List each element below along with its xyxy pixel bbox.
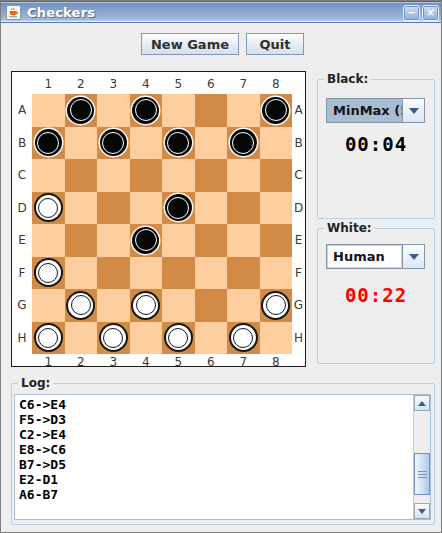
black-piece[interactable] [165, 129, 192, 156]
square-G3[interactable] [97, 289, 130, 322]
square-B3[interactable] [97, 127, 130, 160]
scroll-up-button[interactable] [414, 395, 430, 411]
black-piece[interactable] [165, 194, 192, 221]
white-piece[interactable] [36, 325, 61, 350]
black-panel-title: Black: [324, 72, 371, 86]
log-move: C2->E4 [19, 427, 409, 442]
square-F8[interactable] [260, 257, 293, 290]
black-player-panel: Black: MinMax (5) 00:04 [317, 79, 435, 219]
log-scrollbar[interactable] [413, 395, 430, 519]
log-move: E8->C6 [19, 442, 409, 457]
row-labels-right: ABCDEFGH [292, 94, 305, 354]
square-E5[interactable] [162, 224, 195, 257]
row-label: E [292, 224, 305, 257]
square-F6[interactable] [195, 257, 228, 290]
log-move: A6-B7 [19, 487, 409, 502]
white-player-panel: White: Human 00:22 [317, 228, 435, 364]
square-F2[interactable] [65, 257, 98, 290]
col-label: 5 [162, 77, 195, 91]
square-C4[interactable] [130, 159, 163, 192]
square-A2[interactable] [65, 94, 98, 127]
black-piece[interactable] [262, 97, 289, 124]
row-label: D [292, 192, 305, 225]
arrow-down-icon [418, 509, 426, 514]
black-player-value: MinMax (5) [327, 99, 402, 122]
col-label: 8 [260, 77, 293, 91]
row-label: E [12, 224, 32, 257]
row-label: F [12, 257, 32, 290]
square-D6[interactable] [195, 192, 228, 225]
square-D1[interactable] [32, 192, 65, 225]
square-F4[interactable] [130, 257, 163, 290]
square-A8[interactable] [260, 94, 293, 127]
move-log[interactable]: C6->E4F5->D3C2->E4E8->C6B7->D5E2-D1A6-B7 [15, 395, 413, 519]
square-C1[interactable] [32, 159, 65, 192]
col-label: 2 [65, 77, 98, 91]
row-label: G [12, 289, 32, 322]
square-A4[interactable] [130, 94, 163, 127]
white-player-select[interactable]: Human [326, 244, 425, 269]
col-label: 4 [130, 77, 163, 91]
square-A1[interactable] [32, 94, 65, 127]
square-B4[interactable] [130, 127, 163, 160]
java-coffee-cup-icon [6, 5, 21, 20]
square-G2[interactable] [65, 289, 98, 322]
square-H4[interactable] [130, 322, 163, 355]
square-B7[interactable] [227, 127, 260, 160]
square-H2[interactable] [65, 322, 98, 355]
black-piece[interactable] [230, 129, 257, 156]
row-label: H [12, 322, 32, 355]
col-label: 1 [32, 77, 65, 91]
scroll-down-button[interactable] [414, 503, 430, 519]
log-view: C6->E4F5->D3C2->E4E8->C6B7->D5E2-D1A6-B7 [14, 394, 431, 520]
square-H3[interactable] [97, 322, 130, 355]
close-button[interactable]: × [422, 5, 439, 21]
square-B6[interactable] [195, 127, 228, 160]
col-label: 8 [260, 355, 293, 369]
titlebar[interactable]: Checkers − × [1, 1, 442, 23]
square-E7[interactable] [227, 224, 260, 257]
log-move: E2-D1 [19, 472, 409, 487]
square-E8[interactable] [260, 224, 293, 257]
square-C2[interactable] [65, 159, 98, 192]
checkers-window: Checkers − × New Game Quit 12345678 ABCD… [0, 0, 442, 533]
col-label: 4 [130, 355, 163, 369]
white-piece[interactable] [166, 325, 191, 350]
log-move: B7->D5 [19, 457, 409, 472]
row-labels-left: ABCDEFGH [12, 94, 32, 354]
col-label: 3 [97, 77, 130, 91]
square-A5[interactable] [162, 94, 195, 127]
square-C7[interactable] [227, 159, 260, 192]
square-A6[interactable] [195, 94, 228, 127]
black-piece[interactable] [132, 227, 159, 254]
square-G8[interactable] [260, 289, 293, 322]
square-F5[interactable] [162, 257, 195, 290]
col-label: 3 [97, 355, 130, 369]
black-piece[interactable] [132, 97, 159, 124]
square-B8[interactable] [260, 127, 293, 160]
chevron-down-icon[interactable] [402, 99, 424, 122]
white-panel-title: White: [324, 221, 375, 235]
log-move: F5->D3 [19, 412, 409, 427]
square-E6[interactable] [195, 224, 228, 257]
white-piece[interactable] [133, 293, 158, 318]
square-H6[interactable] [195, 322, 228, 355]
square-D7[interactable] [227, 192, 260, 225]
square-F3[interactable] [97, 257, 130, 290]
white-piece[interactable] [101, 325, 126, 350]
log-panel-title: Log: [18, 376, 53, 390]
row-label: A [12, 94, 32, 127]
checkers-board [32, 94, 292, 354]
black-piece[interactable] [100, 129, 127, 156]
row-label: B [292, 127, 305, 160]
row-label: G [292, 289, 305, 322]
column-labels-top: 12345678 [32, 77, 292, 91]
square-C6[interactable] [195, 159, 228, 192]
black-piece[interactable] [35, 129, 62, 156]
col-label: 5 [162, 355, 195, 369]
square-H8[interactable] [260, 322, 293, 355]
white-timer: 00:22 [318, 284, 434, 306]
col-label: 6 [195, 355, 228, 369]
square-F1[interactable] [32, 257, 65, 290]
square-H7[interactable] [227, 322, 260, 355]
arrow-up-icon [418, 401, 426, 406]
white-player-value: Human [327, 245, 402, 268]
col-label: 1 [32, 355, 65, 369]
minimize-button[interactable]: − [403, 5, 420, 21]
square-G7[interactable] [227, 289, 260, 322]
chevron-down-icon[interactable] [402, 245, 424, 268]
row-label: C [12, 159, 32, 192]
quit-button[interactable]: Quit [246, 33, 304, 55]
square-H5[interactable] [162, 322, 195, 355]
black-player-select[interactable]: MinMax (5) [326, 98, 425, 123]
col-label: 2 [65, 355, 98, 369]
board-panel: 12345678 ABCDEFGH ABCDEFGH 12345678 [11, 71, 306, 367]
square-F7[interactable] [227, 257, 260, 290]
column-labels-bottom: 12345678 [32, 355, 292, 369]
col-label: 7 [227, 77, 260, 91]
square-D4[interactable] [130, 192, 163, 225]
square-B2[interactable] [65, 127, 98, 160]
row-label: H [292, 322, 305, 355]
window-title: Checkers [27, 5, 95, 20]
row-label: C [292, 159, 305, 192]
square-D8[interactable] [260, 192, 293, 225]
square-D5[interactable] [162, 192, 195, 225]
square-E4[interactable] [130, 224, 163, 257]
square-B5[interactable] [162, 127, 195, 160]
white-piece[interactable] [36, 260, 61, 285]
square-C5[interactable] [162, 159, 195, 192]
square-C8[interactable] [260, 159, 293, 192]
col-label: 7 [227, 355, 260, 369]
log-move: C6->E4 [19, 397, 409, 412]
square-G1[interactable] [32, 289, 65, 322]
row-label: D [12, 192, 32, 225]
square-G6[interactable] [195, 289, 228, 322]
col-label: 6 [195, 77, 228, 91]
white-piece[interactable] [68, 293, 93, 318]
white-piece[interactable] [263, 293, 288, 318]
white-piece[interactable] [36, 195, 61, 220]
white-piece[interactable] [231, 325, 256, 350]
square-G4[interactable] [130, 289, 163, 322]
square-D3[interactable] [97, 192, 130, 225]
square-H1[interactable] [32, 322, 65, 355]
scrollbar-thumb[interactable] [414, 453, 430, 495]
square-G5[interactable] [162, 289, 195, 322]
square-E1[interactable] [32, 224, 65, 257]
square-D2[interactable] [65, 192, 98, 225]
square-C3[interactable] [97, 159, 130, 192]
square-E2[interactable] [65, 224, 98, 257]
square-B1[interactable] [32, 127, 65, 160]
square-A7[interactable] [227, 94, 260, 127]
row-label: A [292, 94, 305, 127]
black-piece[interactable] [67, 97, 94, 124]
square-E3[interactable] [97, 224, 130, 257]
row-label: B [12, 127, 32, 160]
square-A3[interactable] [97, 94, 130, 127]
row-label: F [292, 257, 305, 290]
black-timer: 00:04 [318, 133, 434, 155]
new-game-button[interactable]: New Game [141, 33, 239, 55]
